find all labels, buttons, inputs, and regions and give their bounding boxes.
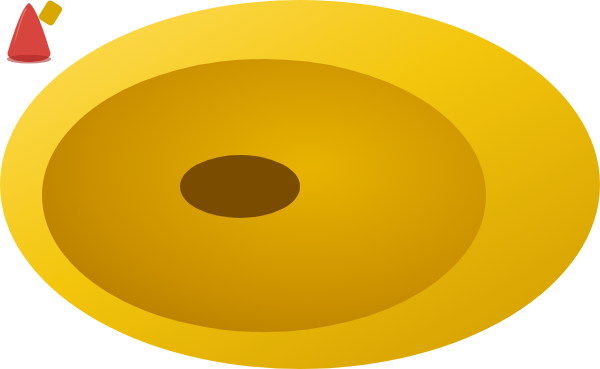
- scene: [0, 0, 600, 369]
- yellow-cup-hole: [180, 155, 300, 218]
